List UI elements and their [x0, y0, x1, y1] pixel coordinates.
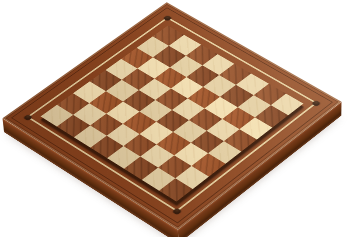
square-d8 — [90, 135, 123, 158]
square-h6 — [192, 153, 226, 176]
square-e5 — [156, 110, 189, 132]
square-e8 — [107, 146, 141, 169]
square-g5 — [190, 131, 223, 154]
square-f8 — [124, 157, 158, 180]
square-f7 — [141, 144, 175, 167]
square-f5 — [173, 120, 206, 142]
square-h8 — [159, 178, 193, 202]
square-h5 — [208, 141, 242, 164]
square-h3 — [239, 117, 272, 139]
square-g8 — [141, 167, 175, 190]
square-h2 — [255, 105, 288, 127]
square-f6 — [157, 132, 190, 155]
square-f4 — [189, 108, 222, 130]
square-d6 — [123, 112, 156, 134]
square-d7 — [107, 123, 140, 145]
square-e6 — [140, 122, 173, 144]
square-g7 — [158, 155, 192, 178]
corner-dot-near — [172, 207, 182, 214]
square-g4 — [206, 119, 239, 141]
square-e7 — [124, 134, 157, 157]
square-g6 — [174, 143, 208, 166]
product-photo — [0, 0, 350, 237]
chess-board — [2, 2, 341, 229]
square-g3 — [222, 107, 255, 129]
square-h7 — [175, 166, 209, 189]
square-c7 — [90, 113, 123, 135]
board-frame — [2, 2, 341, 229]
square-h4 — [224, 129, 257, 152]
square-b8 — [57, 115, 90, 137]
square-c8 — [74, 125, 107, 147]
